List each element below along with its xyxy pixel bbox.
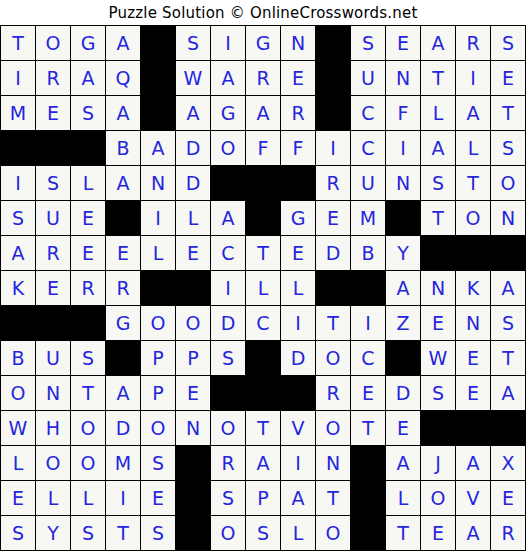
cell-r12c9: V: [281, 411, 316, 446]
black-cell-r8c11: [351, 271, 386, 306]
black-cell-r10c8: [246, 341, 281, 376]
cell-r13c8: A: [246, 446, 281, 481]
cell-r5c10: R: [316, 166, 351, 201]
cell-r1c15: S: [491, 26, 526, 61]
cell-r1c6: S: [176, 26, 211, 61]
cell-r2c1: I: [1, 61, 36, 96]
crossword-grid: TOGASIGNSEARSIRAQWAREUNTIEMESAAGARCFLATB…: [0, 25, 526, 551]
cell-r6c1: S: [1, 201, 36, 236]
cell-r7c2: R: [36, 236, 71, 271]
cell-r3c1: M: [1, 96, 36, 131]
black-cell-r14c11: [351, 481, 386, 516]
black-cell-r5c9: [281, 166, 316, 201]
cell-r9c7: D: [211, 306, 246, 341]
black-cell-r11c9: [281, 376, 316, 411]
cell-r10c13: W: [421, 341, 456, 376]
black-cell-r7c14: [456, 236, 491, 271]
cell-r5c3: L: [71, 166, 106, 201]
cell-r2c12: N: [386, 61, 421, 96]
cell-r14c15: E: [491, 481, 526, 516]
cell-r2c4: Q: [106, 61, 141, 96]
cell-r13c2: O: [36, 446, 71, 481]
cell-r5c15: O: [491, 166, 526, 201]
cell-r15c9: L: [281, 516, 316, 551]
cell-r11c5: P: [141, 376, 176, 411]
cell-r1c7: I: [211, 26, 246, 61]
cell-r1c8: G: [246, 26, 281, 61]
cell-r6c3: E: [71, 201, 106, 236]
cell-r2c11: U: [351, 61, 386, 96]
black-cell-r4c2: [36, 131, 71, 166]
cell-r12c1: W: [1, 411, 36, 446]
black-cell-r10c12: [386, 341, 421, 376]
cell-r4c11: C: [351, 131, 386, 166]
cell-r13c15: X: [491, 446, 526, 481]
cell-r5c6: D: [176, 166, 211, 201]
cell-r8c12: A: [386, 271, 421, 306]
cell-r3c3: S: [71, 96, 106, 131]
cell-r9c13: E: [421, 306, 456, 341]
black-cell-r4c3: [71, 131, 106, 166]
cell-r14c12: L: [386, 481, 421, 516]
puzzle-solution-page: Puzzle Solution © OnlineCrosswords.net T…: [0, 0, 526, 551]
cell-r5c1: I: [1, 166, 36, 201]
cell-r11c2: N: [36, 376, 71, 411]
cell-r15c15: R: [491, 516, 526, 551]
cell-r14c9: A: [281, 481, 316, 516]
cell-r12c8: T: [246, 411, 281, 446]
cell-r7c3: E: [71, 236, 106, 271]
cell-r12c6: N: [176, 411, 211, 446]
cell-r1c3: G: [71, 26, 106, 61]
cell-r3c4: A: [106, 96, 141, 131]
cell-r3c2: E: [36, 96, 71, 131]
cell-r5c13: S: [421, 166, 456, 201]
cell-r8c1: K: [1, 271, 36, 306]
cell-r10c3: S: [71, 341, 106, 376]
cell-r7c7: C: [211, 236, 246, 271]
cell-r14c4: I: [106, 481, 141, 516]
cell-r8c2: E: [36, 271, 71, 306]
cell-r15c3: S: [71, 516, 106, 551]
cell-r8c9: L: [281, 271, 316, 306]
cell-r15c14: A: [456, 516, 491, 551]
cell-r4c14: L: [456, 131, 491, 166]
cell-r13c1: L: [1, 446, 36, 481]
cell-r7c11: B: [351, 236, 386, 271]
cell-r13c12: A: [386, 446, 421, 481]
black-cell-r12c14: [456, 411, 491, 446]
cell-r13c7: R: [211, 446, 246, 481]
cell-r11c11: E: [351, 376, 386, 411]
cell-r11c15: A: [491, 376, 526, 411]
black-cell-r5c7: [211, 166, 246, 201]
cell-r1c2: O: [36, 26, 71, 61]
cell-r4c13: A: [421, 131, 456, 166]
cell-r8c14: K: [456, 271, 491, 306]
cell-r7c9: E: [281, 236, 316, 271]
black-cell-r12c15: [491, 411, 526, 446]
cell-r14c3: L: [71, 481, 106, 516]
black-cell-r6c8: [246, 201, 281, 236]
cell-r3c9: R: [281, 96, 316, 131]
cell-r9c4: G: [106, 306, 141, 341]
cell-r11c14: E: [456, 376, 491, 411]
cell-r1c11: S: [351, 26, 386, 61]
black-cell-r8c5: [141, 271, 176, 306]
cell-r6c13: T: [421, 201, 456, 236]
cell-r15c13: E: [421, 516, 456, 551]
cell-r1c1: T: [1, 26, 36, 61]
cell-r13c3: O: [71, 446, 106, 481]
cell-r7c10: D: [316, 236, 351, 271]
cell-r2c6: W: [176, 61, 211, 96]
cell-r13c9: I: [281, 446, 316, 481]
cell-r3c6: A: [176, 96, 211, 131]
cell-r14c2: L: [36, 481, 71, 516]
cell-r5c12: N: [386, 166, 421, 201]
cell-r1c9: N: [281, 26, 316, 61]
cell-r13c10: N: [316, 446, 351, 481]
cell-r10c9: D: [281, 341, 316, 376]
black-cell-r3c10: [316, 96, 351, 131]
cell-r3c12: F: [386, 96, 421, 131]
cell-r6c6: L: [176, 201, 211, 236]
cell-r9c11: I: [351, 306, 386, 341]
cell-r8c3: R: [71, 271, 106, 306]
cell-r12c11: T: [351, 411, 386, 446]
cell-r3c14: A: [456, 96, 491, 131]
black-cell-r10c4: [106, 341, 141, 376]
cell-r9c5: O: [141, 306, 176, 341]
black-cell-r6c12: [386, 201, 421, 236]
cell-r8c8: L: [246, 271, 281, 306]
black-cell-r9c2: [36, 306, 71, 341]
cell-r14c8: P: [246, 481, 281, 516]
black-cell-r9c3: [71, 306, 106, 341]
cell-r4c5: A: [141, 131, 176, 166]
black-cell-r9c1: [1, 306, 36, 341]
cell-r9c12: Z: [386, 306, 421, 341]
cell-r10c6: P: [176, 341, 211, 376]
cell-r6c10: E: [316, 201, 351, 236]
black-cell-r1c10: [316, 26, 351, 61]
black-cell-r1c5: [141, 26, 176, 61]
cell-r6c14: O: [456, 201, 491, 236]
cell-r10c15: T: [491, 341, 526, 376]
black-cell-r13c6: [176, 446, 211, 481]
cell-r1c4: A: [106, 26, 141, 61]
cell-r6c7: A: [211, 201, 246, 236]
cell-r13c4: M: [106, 446, 141, 481]
cell-r4c9: F: [281, 131, 316, 166]
cell-r7c8: T: [246, 236, 281, 271]
cell-r9c15: S: [491, 306, 526, 341]
cell-r8c7: I: [211, 271, 246, 306]
cell-r6c9: G: [281, 201, 316, 236]
cell-r11c3: T: [71, 376, 106, 411]
black-cell-r15c6: [176, 516, 211, 551]
cell-r13c13: J: [421, 446, 456, 481]
cell-r2c7: A: [211, 61, 246, 96]
cell-r10c11: C: [351, 341, 386, 376]
cell-r6c5: I: [141, 201, 176, 236]
cell-r12c3: O: [71, 411, 106, 446]
cell-r10c7: S: [211, 341, 246, 376]
cell-r4c4: B: [106, 131, 141, 166]
black-cell-r5c8: [246, 166, 281, 201]
cell-r5c2: S: [36, 166, 71, 201]
cell-r12c7: O: [211, 411, 246, 446]
cell-r3c8: A: [246, 96, 281, 131]
cell-r7c1: A: [1, 236, 36, 271]
cell-r6c2: U: [36, 201, 71, 236]
cell-r4c6: D: [176, 131, 211, 166]
cell-r15c7: O: [211, 516, 246, 551]
cell-r15c8: S: [246, 516, 281, 551]
cell-r14c10: T: [316, 481, 351, 516]
cell-r4c15: S: [491, 131, 526, 166]
black-cell-r11c8: [246, 376, 281, 411]
black-cell-r7c15: [491, 236, 526, 271]
cell-r14c14: V: [456, 481, 491, 516]
black-cell-r2c5: [141, 61, 176, 96]
cell-r3c15: T: [491, 96, 526, 131]
cell-r12c10: O: [316, 411, 351, 446]
cell-r7c4: E: [106, 236, 141, 271]
cell-r10c10: O: [316, 341, 351, 376]
cell-r14c7: S: [211, 481, 246, 516]
cell-r10c5: P: [141, 341, 176, 376]
cell-r5c14: T: [456, 166, 491, 201]
black-cell-r4c1: [1, 131, 36, 166]
black-cell-r15c11: [351, 516, 386, 551]
cell-r8c13: N: [421, 271, 456, 306]
black-cell-r8c10: [316, 271, 351, 306]
cell-r6c11: M: [351, 201, 386, 236]
cell-r9c14: N: [456, 306, 491, 341]
cell-r2c14: I: [456, 61, 491, 96]
cell-r10c14: E: [456, 341, 491, 376]
cell-r11c13: S: [421, 376, 456, 411]
cell-r15c10: O: [316, 516, 351, 551]
cell-r5c4: A: [106, 166, 141, 201]
cell-r4c8: F: [246, 131, 281, 166]
black-cell-r3c5: [141, 96, 176, 131]
cell-r14c5: E: [141, 481, 176, 516]
black-cell-r7c13: [421, 236, 456, 271]
cell-r13c14: A: [456, 446, 491, 481]
cell-r8c15: A: [491, 271, 526, 306]
cell-r15c12: T: [386, 516, 421, 551]
black-cell-r11c7: [211, 376, 246, 411]
cell-r14c1: E: [1, 481, 36, 516]
cell-r9c9: I: [281, 306, 316, 341]
black-cell-r6c4: [106, 201, 141, 236]
cell-r4c7: O: [211, 131, 246, 166]
cell-r11c10: R: [316, 376, 351, 411]
page-title: Puzzle Solution © OnlineCrosswords.net: [0, 0, 526, 25]
cell-r1c12: E: [386, 26, 421, 61]
cell-r11c4: A: [106, 376, 141, 411]
cell-r2c2: R: [36, 61, 71, 96]
cell-r7c5: L: [141, 236, 176, 271]
cell-r2c8: R: [246, 61, 281, 96]
black-cell-r8c6: [176, 271, 211, 306]
black-cell-r13c11: [351, 446, 386, 481]
cell-r15c2: Y: [36, 516, 71, 551]
cell-r9c6: O: [176, 306, 211, 341]
cell-r10c2: U: [36, 341, 71, 376]
cell-r3c7: G: [211, 96, 246, 131]
cell-r4c10: I: [316, 131, 351, 166]
cell-r12c12: E: [386, 411, 421, 446]
cell-r11c1: O: [1, 376, 36, 411]
cell-r5c11: U: [351, 166, 386, 201]
cell-r12c5: O: [141, 411, 176, 446]
cell-r15c1: S: [1, 516, 36, 551]
cell-r15c5: S: [141, 516, 176, 551]
cell-r12c4: D: [106, 411, 141, 446]
cell-r11c12: D: [386, 376, 421, 411]
cell-r5c5: N: [141, 166, 176, 201]
cell-r3c13: L: [421, 96, 456, 131]
cell-r4c12: I: [386, 131, 421, 166]
cell-r2c9: E: [281, 61, 316, 96]
cell-r13c5: S: [141, 446, 176, 481]
cell-r14c13: O: [421, 481, 456, 516]
cell-r8c4: R: [106, 271, 141, 306]
cell-r2c3: A: [71, 61, 106, 96]
cell-r15c4: T: [106, 516, 141, 551]
black-cell-r2c10: [316, 61, 351, 96]
cell-r12c2: H: [36, 411, 71, 446]
black-cell-r14c6: [176, 481, 211, 516]
cell-r2c13: T: [421, 61, 456, 96]
cell-r9c8: C: [246, 306, 281, 341]
cell-r7c12: Y: [386, 236, 421, 271]
cell-r3c11: C: [351, 96, 386, 131]
cell-r11c6: E: [176, 376, 211, 411]
cell-r9c10: T: [316, 306, 351, 341]
cell-r1c14: R: [456, 26, 491, 61]
cell-r6c15: N: [491, 201, 526, 236]
cell-r10c1: B: [1, 341, 36, 376]
black-cell-r12c13: [421, 411, 456, 446]
cell-r1c13: A: [421, 26, 456, 61]
cell-r7c6: E: [176, 236, 211, 271]
cell-r2c15: E: [491, 61, 526, 96]
